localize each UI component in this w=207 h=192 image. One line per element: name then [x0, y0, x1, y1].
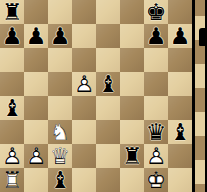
- square-a1[interactable]: ♜♖: [0, 168, 24, 192]
- square-e5[interactable]: ♝: [96, 72, 120, 96]
- black-rook[interactable]: ♜: [120, 144, 144, 168]
- white-knight[interactable]: ♞♘: [48, 120, 72, 144]
- square-b1[interactable]: [24, 168, 48, 192]
- sliver-square: [195, 136, 205, 160]
- square-f8[interactable]: [120, 0, 144, 24]
- chess-board: ♜♚♟♟♟♟♟♟♙♝♝♞♘♛♝♟♙♟♙♛♕♜♟♙♜♖♝♚♔: [0, 0, 192, 192]
- square-g7[interactable]: ♟: [144, 24, 168, 48]
- square-b6[interactable]: [24, 48, 48, 72]
- black-pawn[interactable]: ♟: [24, 24, 48, 48]
- square-f1[interactable]: [120, 168, 144, 192]
- square-a2[interactable]: ♟♙: [0, 144, 24, 168]
- square-g1[interactable]: ♚♔: [144, 168, 168, 192]
- white-pawn[interactable]: ♟♙: [72, 72, 96, 96]
- square-f7[interactable]: [120, 24, 144, 48]
- sliver-square: [195, 112, 205, 136]
- square-f4[interactable]: [120, 96, 144, 120]
- square-b7[interactable]: ♟: [24, 24, 48, 48]
- square-h5[interactable]: [168, 72, 192, 96]
- square-g4[interactable]: [144, 96, 168, 120]
- square-a8[interactable]: ♜: [0, 0, 24, 24]
- black-bishop[interactable]: ♝: [168, 120, 192, 144]
- black-pawn[interactable]: ♟: [0, 24, 24, 48]
- square-e1[interactable]: [96, 168, 120, 192]
- right-edge-border: [205, 0, 207, 192]
- white-rook[interactable]: ♜♖: [0, 168, 24, 192]
- square-b8[interactable]: [24, 0, 48, 24]
- black-queen[interactable]: ♛: [144, 120, 168, 144]
- square-c4[interactable]: [48, 96, 72, 120]
- square-c3[interactable]: ♞♘: [48, 120, 72, 144]
- square-d1[interactable]: [72, 168, 96, 192]
- square-d5[interactable]: ♟♙: [72, 72, 96, 96]
- square-h3[interactable]: ♝: [168, 120, 192, 144]
- square-a5[interactable]: [0, 72, 24, 96]
- square-b3[interactable]: [24, 120, 48, 144]
- white-pawn[interactable]: ♟♙: [0, 144, 24, 168]
- square-b4[interactable]: [24, 96, 48, 120]
- square-d7[interactable]: [72, 24, 96, 48]
- square-a4[interactable]: ♝: [0, 96, 24, 120]
- square-d3[interactable]: [72, 120, 96, 144]
- square-d4[interactable]: [72, 96, 96, 120]
- square-e6[interactable]: [96, 48, 120, 72]
- square-f2[interactable]: ♜: [120, 144, 144, 168]
- black-pawn[interactable]: ♟: [144, 24, 168, 48]
- white-pawn[interactable]: ♟♙: [24, 144, 48, 168]
- black-bishop[interactable]: ♝: [0, 96, 24, 120]
- square-g3[interactable]: ♛: [144, 120, 168, 144]
- sliver-square: [195, 88, 205, 112]
- square-f5[interactable]: [120, 72, 144, 96]
- square-b5[interactable]: [24, 72, 48, 96]
- square-d6[interactable]: [72, 48, 96, 72]
- square-h4[interactable]: [168, 96, 192, 120]
- square-h1[interactable]: [168, 168, 192, 192]
- square-a3[interactable]: [0, 120, 24, 144]
- black-king[interactable]: ♚: [144, 0, 168, 24]
- sliver-square: [195, 0, 205, 16]
- white-king[interactable]: ♚♔: [144, 168, 168, 192]
- square-f6[interactable]: [120, 48, 144, 72]
- square-e7[interactable]: [96, 24, 120, 48]
- square-g6[interactable]: [144, 48, 168, 72]
- square-c2[interactable]: ♛♕: [48, 144, 72, 168]
- sliver-square: [195, 160, 205, 184]
- square-c1[interactable]: ♝: [48, 168, 72, 192]
- square-h6[interactable]: [168, 48, 192, 72]
- square-d2[interactable]: [72, 144, 96, 168]
- square-c6[interactable]: [48, 48, 72, 72]
- square-h8[interactable]: [168, 0, 192, 24]
- square-e8[interactable]: [96, 0, 120, 24]
- black-bishop[interactable]: ♝: [48, 168, 72, 192]
- square-g2[interactable]: ♟♙: [144, 144, 168, 168]
- black-rook[interactable]: ♜: [0, 0, 24, 24]
- square-a7[interactable]: ♟: [0, 24, 24, 48]
- sliver-square: [195, 184, 205, 192]
- white-pawn[interactable]: ♟♙: [144, 144, 168, 168]
- square-h7[interactable]: ♟: [168, 24, 192, 48]
- square-c8[interactable]: [48, 0, 72, 24]
- black-pawn[interactable]: ♟: [168, 24, 192, 48]
- square-c5[interactable]: [48, 72, 72, 96]
- square-b2[interactable]: ♟♙: [24, 144, 48, 168]
- sliver-square: [195, 64, 205, 88]
- square-d8[interactable]: [72, 0, 96, 24]
- square-g5[interactable]: [144, 72, 168, 96]
- black-pawn[interactable]: ♟: [48, 24, 72, 48]
- square-a6[interactable]: [0, 48, 24, 72]
- white-queen[interactable]: ♛♕: [48, 144, 72, 168]
- square-g8[interactable]: ♚: [144, 0, 168, 24]
- square-h2[interactable]: [168, 144, 192, 168]
- square-e4[interactable]: [96, 96, 120, 120]
- square-e2[interactable]: [96, 144, 120, 168]
- black-bishop[interactable]: ♝: [96, 72, 120, 96]
- chess-app-window: ♜♚♟♟♟♟♟♟♙♝♝♞♘♛♝♟♙♟♙♛♕♜♟♙♜♖♝♚♔: [0, 0, 207, 192]
- square-c7[interactable]: ♟: [48, 24, 72, 48]
- square-f3[interactable]: [120, 120, 144, 144]
- square-e3[interactable]: [96, 120, 120, 144]
